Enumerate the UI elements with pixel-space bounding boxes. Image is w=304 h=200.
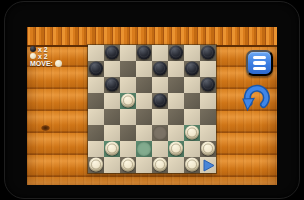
square-d7	[136, 61, 152, 77]
black-piece[interactable]	[105, 45, 120, 60]
square-a6	[88, 77, 104, 93]
square-c1[interactable]	[120, 157, 136, 173]
ghost-white-piece	[137, 142, 151, 156]
square-a3[interactable]	[88, 125, 104, 141]
square-g4	[184, 109, 200, 125]
square-h1	[200, 157, 216, 173]
hamburger-icon	[253, 67, 266, 71]
square-f5	[168, 93, 184, 109]
undo-button[interactable]	[241, 82, 273, 114]
white-piece[interactable]	[153, 157, 168, 172]
square-a8	[88, 45, 104, 61]
square-e5[interactable]	[152, 93, 168, 109]
square-d6[interactable]	[136, 77, 152, 93]
square-d4[interactable]	[136, 109, 152, 125]
square-f1	[168, 157, 184, 173]
square-b7	[104, 61, 120, 77]
square-c5[interactable]	[120, 93, 136, 109]
square-f4[interactable]	[168, 109, 184, 125]
capture-hud: x 2 x 2 MOVE:	[30, 46, 62, 66]
black-piece[interactable]	[201, 77, 216, 92]
square-c8	[120, 45, 136, 61]
undo-arrow-icon	[241, 82, 273, 114]
square-g3[interactable]	[184, 125, 200, 141]
square-h4[interactable]	[200, 109, 216, 125]
square-h3	[200, 125, 216, 141]
square-f3	[168, 125, 184, 141]
square-b8[interactable]	[104, 45, 120, 61]
square-a4	[88, 109, 104, 125]
black-piece-icon	[30, 46, 36, 52]
square-g2	[184, 141, 200, 157]
turn-piece-icon	[55, 60, 62, 67]
square-h2[interactable]	[200, 141, 216, 157]
black-piece[interactable]	[137, 45, 152, 60]
square-e3[interactable]	[152, 125, 168, 141]
square-e8	[152, 45, 168, 61]
white-piece[interactable]	[185, 125, 200, 140]
square-e6	[152, 77, 168, 93]
white-piece[interactable]	[201, 141, 216, 156]
white-piece[interactable]	[185, 157, 200, 172]
square-d2[interactable]	[136, 141, 152, 157]
square-a2	[88, 141, 104, 157]
square-a7[interactable]	[88, 61, 104, 77]
square-a1[interactable]	[88, 157, 104, 173]
square-b4[interactable]	[104, 109, 120, 125]
square-g7[interactable]	[184, 61, 200, 77]
square-a5[interactable]	[88, 93, 104, 109]
white-piece-icon	[30, 53, 36, 59]
square-h7	[200, 61, 216, 77]
white-piece[interactable]	[169, 141, 184, 156]
black-piece[interactable]	[169, 45, 184, 60]
square-b2[interactable]	[104, 141, 120, 157]
square-b6[interactable]	[104, 77, 120, 93]
black-piece[interactable]	[153, 61, 168, 76]
square-f7	[168, 61, 184, 77]
white-piece[interactable]	[105, 141, 120, 156]
black-piece[interactable]	[201, 45, 216, 60]
hamburger-icon	[253, 56, 266, 60]
square-g5[interactable]	[184, 93, 200, 109]
square-h5	[200, 93, 216, 109]
square-f8[interactable]	[168, 45, 184, 61]
square-d3	[136, 125, 152, 141]
checkers-board	[88, 45, 216, 173]
square-e4	[152, 109, 168, 125]
square-e1[interactable]	[152, 157, 168, 173]
black-piece[interactable]	[185, 61, 200, 76]
square-f2[interactable]	[168, 141, 184, 157]
black-piece[interactable]	[153, 93, 168, 108]
square-d1	[136, 157, 152, 173]
square-c4	[120, 109, 136, 125]
hamburger-icon	[253, 61, 266, 65]
wood-slat-band	[27, 27, 277, 47]
hint-arrow-icon	[202, 159, 215, 172]
square-g6	[184, 77, 200, 93]
square-g1[interactable]	[184, 157, 200, 173]
black-piece[interactable]	[89, 61, 104, 76]
ghost-black-piece	[153, 126, 167, 140]
menu-button[interactable]	[246, 50, 273, 76]
square-h6[interactable]	[200, 77, 216, 93]
white-piece[interactable]	[121, 157, 136, 172]
screenshot-stage: x 2 x 2 MOVE:	[0, 0, 304, 200]
square-e2	[152, 141, 168, 157]
square-h8[interactable]	[200, 45, 216, 61]
square-b3	[104, 125, 120, 141]
square-f6[interactable]	[168, 77, 184, 93]
square-c7[interactable]	[120, 61, 136, 77]
square-e7[interactable]	[152, 61, 168, 77]
white-piece[interactable]	[121, 93, 136, 108]
square-b1	[104, 157, 120, 173]
game-screen: x 2 x 2 MOVE:	[27, 27, 277, 185]
square-c3[interactable]	[120, 125, 136, 141]
wood-knot	[41, 125, 50, 131]
square-c2	[120, 141, 136, 157]
square-d8[interactable]	[136, 45, 152, 61]
square-b5	[104, 93, 120, 109]
square-g8	[184, 45, 200, 61]
black-piece[interactable]	[105, 77, 120, 92]
white-piece[interactable]	[89, 157, 104, 172]
move-label: MOVE:	[30, 60, 53, 67]
move-indicator-row: MOVE:	[30, 60, 62, 67]
square-c6	[120, 77, 136, 93]
square-d5	[136, 93, 152, 109]
